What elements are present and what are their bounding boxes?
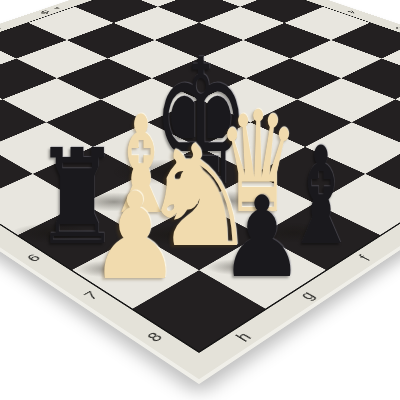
chess-set-photo: 12345678 12345678 abcdefgh abcdefgh ♚♛♝♝… xyxy=(0,0,400,400)
piece-white-pawn-h7[interactable]: ♟ xyxy=(89,177,180,297)
piece-black-pawn-g8[interactable]: ♟ xyxy=(219,181,304,293)
